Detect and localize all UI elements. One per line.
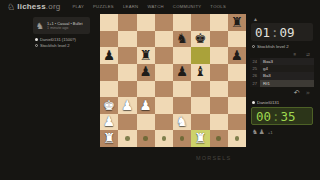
square-b2[interactable] (118, 114, 136, 131)
game-time-mode: 1+1 • Casual • Bullet (47, 21, 83, 26)
square-g3[interactable] (210, 97, 228, 114)
square-h8[interactable]: ♜ (228, 14, 246, 31)
square-h7[interactable] (228, 31, 246, 48)
square-a2[interactable]: ♟ (100, 114, 118, 131)
square-d3[interactable] (155, 97, 173, 114)
square-c4[interactable] (137, 81, 155, 98)
square-d4[interactable] (155, 81, 173, 98)
knight-logo-icon: ♘ (7, 2, 15, 12)
square-b3[interactable]: ♟ (118, 97, 136, 114)
white-player-line[interactable]: Daniel0131 (1500?) (35, 36, 76, 42)
lichess-logo[interactable]: ♘ lichess.org (7, 2, 60, 12)
square-f5[interactable]: ♝ (191, 64, 209, 81)
square-d5[interactable] (155, 64, 173, 81)
move-dest-dot[interactable] (125, 136, 130, 141)
watermark-text: MORSELS (196, 155, 231, 161)
square-c5[interactable]: ♟ (137, 64, 155, 81)
moves-menu-icon[interactable]: ≡ (294, 52, 297, 57)
square-c7[interactable] (137, 31, 155, 48)
square-e5[interactable]: ♟ (173, 64, 191, 81)
move-number: 25 (250, 65, 260, 72)
top-player-clock: 01:09 (251, 23, 313, 41)
nav-item-play[interactable]: PLAY (72, 4, 84, 9)
nav-items: PLAY PUZZLES LEARN WATCH COMMUNITY TOOLS (72, 4, 226, 9)
takeback-icon[interactable]: ↶ (294, 90, 300, 97)
move-dest-dot[interactable] (162, 136, 167, 141)
square-e3[interactable] (173, 97, 191, 114)
bottom-clock-seconds: 35 (281, 109, 296, 124)
square-f3[interactable] (191, 97, 209, 114)
piece-white-pawn[interactable]: ♟ (103, 115, 115, 129)
square-a3[interactable]: ♚ (100, 97, 118, 114)
piece-black-rook[interactable]: ♜ (140, 49, 152, 63)
move-row[interactable]: 25g4 (250, 65, 314, 72)
top-clock-minutes: 01 (255, 25, 270, 40)
move-row[interactable]: 26Ba3 (250, 72, 314, 79)
square-a7[interactable] (100, 31, 118, 48)
piece-black-bishop[interactable]: ♝ (194, 65, 206, 79)
nav-item-watch[interactable]: WATCH (147, 4, 163, 9)
move-number: 27 (250, 80, 260, 87)
bottom-player-name: Daniel0131 (257, 100, 279, 105)
piece-white-rook[interactable]: ♜ (103, 132, 115, 146)
square-a8[interactable] (100, 14, 118, 31)
square-a4[interactable] (100, 81, 118, 98)
square-h6[interactable]: ♟ (228, 47, 246, 64)
move-san[interactable]: g4 (260, 66, 268, 71)
bottom-clock-minutes: 00 (256, 109, 271, 124)
top-player-color-icon (252, 45, 255, 48)
piece-black-pawn[interactable]: ♟ (103, 49, 115, 63)
square-c2[interactable] (137, 114, 155, 131)
square-g6[interactable] (210, 47, 228, 64)
square-f1[interactable]: ♜ (191, 130, 209, 147)
forward-icon[interactable]: » (306, 90, 310, 97)
square-g8[interactable] (210, 14, 228, 31)
square-d6[interactable] (155, 47, 173, 64)
piece-black-pawn[interactable]: ♟ (140, 65, 152, 79)
game-info-card: ♞ 1+1 • Casual • Bullet 1 minute ago (33, 17, 90, 34)
square-g1[interactable] (210, 130, 228, 147)
game-players-list: Daniel0131 (1500?) Stockfish level 2 (35, 36, 76, 48)
piece-white-king[interactable]: ♚ (103, 99, 115, 113)
square-h1[interactable] (228, 130, 246, 147)
move-list: ≡ ⇄ 24Bxa325g426Ba327Rf1 (250, 52, 314, 87)
lichess-game-page: ♘ lichess.org PLAY PUZZLES LEARN WATCH C… (0, 0, 320, 180)
black-player-line[interactable]: Stockfish level 2 (35, 42, 76, 48)
square-b5[interactable] (118, 64, 136, 81)
piece-black-king[interactable]: ♚ (194, 32, 206, 46)
square-e6[interactable] (173, 47, 191, 64)
nav-item-puzzles[interactable]: PUZZLES (93, 4, 114, 9)
move-san[interactable]: Ba3 (260, 73, 271, 78)
square-e8[interactable] (173, 14, 191, 31)
square-f4[interactable] (191, 81, 209, 98)
bottom-player-color-icon (252, 101, 255, 104)
square-b6[interactable] (118, 47, 136, 64)
bottom-clock-colon: : (271, 109, 281, 124)
square-g7[interactable] (210, 31, 228, 48)
piece-black-rook[interactable]: ♜ (231, 16, 243, 30)
white-player-name: Daniel0131 (1500?) (40, 37, 76, 42)
square-g2[interactable] (210, 114, 228, 131)
moves-swap-icon[interactable]: ⇄ (306, 52, 310, 57)
top-clock-seconds: 09 (280, 25, 295, 40)
move-rows: 24Bxa325g426Ba327Rf1 (250, 58, 314, 87)
square-a6[interactable]: ♟ (100, 47, 118, 64)
nav-item-learn[interactable]: LEARN (123, 4, 138, 9)
captured-pawn-icon: ♟ (259, 128, 265, 136)
nav-item-community[interactable]: COMMUNITY (173, 4, 202, 9)
piece-white-pawn[interactable]: ♟ (140, 99, 152, 113)
move-dest-dot[interactable] (180, 136, 185, 141)
square-h3[interactable] (228, 97, 246, 114)
square-e1[interactable] (173, 130, 191, 147)
chess-board[interactable]: ♜♞♚♟♜♟♟♟♝♚♟♟♟♞♜♜ (100, 14, 246, 147)
piece-white-pawn[interactable]: ♟ (121, 99, 133, 113)
bullet-game-icon: ♞ (36, 21, 44, 31)
top-player-label[interactable]: Stockfish level 2 (252, 44, 289, 49)
move-row[interactable]: 27Rf1 (250, 80, 314, 87)
game-started-ago: 1 minute ago (47, 26, 83, 31)
square-b4[interactable] (118, 81, 136, 98)
white-color-icon (35, 38, 38, 41)
move-san[interactable]: Rf1 (260, 81, 270, 86)
logo-suffix: .org (46, 2, 61, 11)
move-dest-dot[interactable] (235, 136, 240, 141)
square-e7[interactable]: ♞ (173, 31, 191, 48)
piece-white-rook[interactable]: ♜ (194, 132, 206, 146)
top-nav: ♘ lichess.org PLAY PUZZLES LEARN WATCH C… (0, 0, 320, 13)
square-g5[interactable] (210, 64, 228, 81)
square-a5[interactable] (100, 64, 118, 81)
move-row[interactable]: 24Bxa3 (250, 58, 314, 65)
piece-black-knight[interactable]: ♞ (176, 32, 188, 46)
piece-black-pawn[interactable]: ♟ (176, 65, 188, 79)
square-e2[interactable]: ♞ (173, 114, 191, 131)
square-e4[interactable] (173, 81, 191, 98)
square-d8[interactable] (155, 14, 173, 31)
bottom-player-clock-active: 00:35 (251, 107, 313, 125)
square-b8[interactable] (118, 14, 136, 31)
square-a1[interactable]: ♜ (100, 130, 118, 147)
top-clock-colon: : (270, 25, 280, 40)
captured-knight-icon: ♞ (252, 128, 258, 136)
square-c8[interactable] (137, 14, 155, 31)
square-c6[interactable]: ♜ (137, 47, 155, 64)
move-dest-dot[interactable] (216, 136, 221, 141)
black-player-name: Stockfish level 2 (40, 43, 70, 48)
square-d1[interactable] (155, 130, 173, 147)
square-f8[interactable] (191, 14, 209, 31)
piece-white-knight[interactable]: ♞ (176, 115, 188, 129)
bottom-player-label[interactable]: Daniel0131 (252, 100, 279, 105)
square-b1[interactable] (118, 130, 136, 147)
berserk-icon: ▲ (253, 16, 258, 22)
top-player-name: Stockfish level 2 (257, 44, 289, 49)
move-san[interactable]: Bxa3 (260, 59, 273, 64)
square-d7[interactable] (155, 31, 173, 48)
nav-item-tools[interactable]: TOOLS (210, 4, 226, 9)
square-c1[interactable] (137, 130, 155, 147)
move-dest-dot[interactable] (143, 136, 148, 141)
captured-pieces-tray: ♞ ♟ +1 (252, 128, 273, 136)
square-b7[interactable] (118, 31, 136, 48)
move-number: 24 (250, 58, 260, 65)
black-color-icon (35, 44, 38, 47)
square-h2[interactable] (228, 114, 246, 131)
square-f6[interactable] (191, 47, 209, 64)
material-advantage: +1 (268, 130, 273, 135)
square-g4[interactable] (210, 81, 228, 98)
square-f2[interactable] (191, 114, 209, 131)
move-number: 26 (250, 72, 260, 79)
square-f7[interactable]: ♚ (191, 31, 209, 48)
square-h4[interactable] (228, 81, 246, 98)
square-h5[interactable] (228, 64, 246, 81)
move-nav-controls: ↶ » (250, 90, 314, 97)
square-d2[interactable] (155, 114, 173, 131)
logo-text: lichess (17, 2, 46, 11)
square-c3[interactable]: ♟ (137, 97, 155, 114)
piece-black-pawn[interactable]: ♟ (231, 49, 243, 63)
